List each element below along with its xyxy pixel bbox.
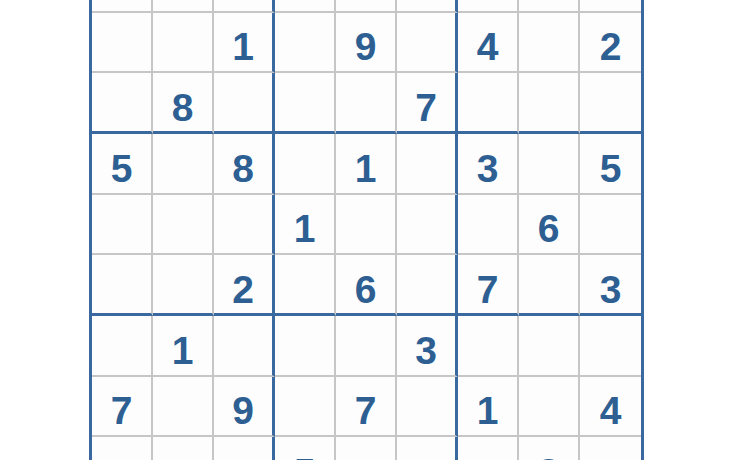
cell-r8c7[interactable]: 1 <box>458 377 519 438</box>
cell-r5c6[interactable] <box>397 195 458 256</box>
cell-r6c5[interactable]: 6 <box>336 255 397 316</box>
cell-r4c2[interactable] <box>153 134 214 195</box>
cell-r2c9[interactable]: 2 <box>580 13 641 74</box>
cell-r1c1[interactable] <box>92 0 153 13</box>
cell-r7c8[interactable] <box>519 316 580 377</box>
cell-r6c9[interactable]: 3 <box>580 255 641 316</box>
cell-r4c1[interactable]: 5 <box>92 134 153 195</box>
cell-r5c5[interactable] <box>336 195 397 256</box>
given-digit: 3 <box>415 331 437 370</box>
given-digit: 1 <box>355 149 377 188</box>
cell-r6c3[interactable]: 2 <box>214 255 275 316</box>
cell-r6c4[interactable] <box>275 255 336 316</box>
given-digit: 7 <box>415 88 437 127</box>
given-digit: 9 <box>477 0 499 6</box>
cell-r1c9[interactable] <box>580 0 641 13</box>
cell-r7c7[interactable] <box>458 316 519 377</box>
given-digit: 8 <box>172 88 194 127</box>
given-digit: 4 <box>600 391 622 430</box>
cell-r5c7[interactable] <box>458 195 519 256</box>
cell-r4c6[interactable] <box>397 134 458 195</box>
cell-r5c3[interactable] <box>214 195 275 256</box>
cell-r5c4[interactable]: 1 <box>275 195 336 256</box>
cell-r8c9[interactable]: 4 <box>580 377 641 438</box>
cell-r8c8[interactable] <box>519 377 580 438</box>
given-digit: 5 <box>600 149 622 188</box>
cell-r1c2[interactable] <box>153 0 214 13</box>
cell-r6c6[interactable] <box>397 255 458 316</box>
cell-r9c5[interactable] <box>336 437 397 460</box>
given-digit: 7 <box>111 391 133 430</box>
cell-r9c1[interactable] <box>92 437 153 460</box>
cell-r3c2[interactable]: 8 <box>153 73 214 134</box>
cell-r4c9[interactable]: 5 <box>580 134 641 195</box>
cell-r9c6[interactable] <box>397 437 458 460</box>
cell-r5c1[interactable] <box>92 195 153 256</box>
cell-r1c3[interactable]: 6 <box>214 0 275 13</box>
cell-r1c5[interactable] <box>336 0 397 13</box>
cell-r2c7[interactable]: 4 <box>458 13 519 74</box>
cell-r3c3[interactable] <box>214 73 275 134</box>
cell-r6c2[interactable] <box>153 255 214 316</box>
cell-r2c6[interactable] <box>397 13 458 74</box>
cell-r5c2[interactable] <box>153 195 214 256</box>
cell-r6c7[interactable]: 7 <box>458 255 519 316</box>
cell-r3c1[interactable] <box>92 73 153 134</box>
cell-r4c5[interactable]: 1 <box>336 134 397 195</box>
cell-r2c3[interactable]: 1 <box>214 13 275 74</box>
cell-r1c7[interactable]: 9 <box>458 0 519 13</box>
cell-r3c8[interactable] <box>519 73 580 134</box>
given-digit: 5 <box>111 149 133 188</box>
cell-r9c4[interactable]: 5 <box>275 437 336 460</box>
given-digit: 1 <box>172 331 194 370</box>
given-digit: 6 <box>232 0 254 6</box>
cell-r6c8[interactable] <box>519 255 580 316</box>
cell-r8c4[interactable] <box>275 377 336 438</box>
cell-r1c4[interactable] <box>275 0 336 13</box>
cell-r9c9[interactable] <box>580 437 641 460</box>
cell-r4c7[interactable]: 3 <box>458 134 519 195</box>
given-digit: 6 <box>355 270 377 309</box>
cell-r7c6[interactable]: 3 <box>397 316 458 377</box>
cell-r3c5[interactable] <box>336 73 397 134</box>
cell-r7c4[interactable] <box>275 316 336 377</box>
cell-r9c7[interactable] <box>458 437 519 460</box>
cell-r3c9[interactable] <box>580 73 641 134</box>
cell-r7c9[interactable] <box>580 316 641 377</box>
cell-r4c8[interactable] <box>519 134 580 195</box>
given-digit: 1 <box>477 391 499 430</box>
cell-r2c5[interactable]: 9 <box>336 13 397 74</box>
cell-r5c8[interactable]: 6 <box>519 195 580 256</box>
cell-r5c9[interactable] <box>580 195 641 256</box>
cell-r8c2[interactable] <box>153 377 214 438</box>
cell-r7c2[interactable]: 1 <box>153 316 214 377</box>
cell-r9c8[interactable]: 8 <box>519 437 580 460</box>
cell-r3c4[interactable] <box>275 73 336 134</box>
cell-r4c3[interactable]: 8 <box>214 134 275 195</box>
given-digit: 7 <box>477 270 499 309</box>
sudoku-board: 6919428758135162673137971458 <box>89 0 644 460</box>
given-digit: 8 <box>538 453 560 460</box>
given-digit: 9 <box>355 27 377 66</box>
cell-r1c6[interactable] <box>397 0 458 13</box>
given-digit: 3 <box>477 149 499 188</box>
cell-r2c1[interactable] <box>92 13 153 74</box>
given-digit: 2 <box>600 27 622 66</box>
cell-r1c8[interactable] <box>519 0 580 13</box>
cell-r6c1[interactable] <box>92 255 153 316</box>
cell-r2c4[interactable] <box>275 13 336 74</box>
cell-r8c6[interactable] <box>397 377 458 438</box>
cell-r7c1[interactable] <box>92 316 153 377</box>
given-digit: 2 <box>232 270 254 309</box>
cell-r3c6[interactable]: 7 <box>397 73 458 134</box>
cell-r3c7[interactable] <box>458 73 519 134</box>
cell-r9c3[interactable] <box>214 437 275 460</box>
given-digit: 5 <box>294 453 316 460</box>
given-digit: 7 <box>355 391 377 430</box>
cell-r2c8[interactable] <box>519 13 580 74</box>
cell-r8c1[interactable]: 7 <box>92 377 153 438</box>
cell-r7c3[interactable] <box>214 316 275 377</box>
cell-r7c5[interactable] <box>336 316 397 377</box>
given-digit: 1 <box>232 27 254 66</box>
given-digit: 1 <box>294 209 316 248</box>
given-digit: 8 <box>232 149 254 188</box>
cell-r9c2[interactable] <box>153 437 214 460</box>
given-digit: 9 <box>232 391 254 430</box>
cell-r8c5[interactable]: 7 <box>336 377 397 438</box>
given-digit: 3 <box>600 270 622 309</box>
cell-r8c3[interactable]: 9 <box>214 377 275 438</box>
given-digit: 4 <box>477 27 499 66</box>
cell-r2c2[interactable] <box>153 13 214 74</box>
page: 6919428758135162673137971458 <box>0 0 736 460</box>
cell-r4c4[interactable] <box>275 134 336 195</box>
given-digit: 6 <box>538 209 560 248</box>
